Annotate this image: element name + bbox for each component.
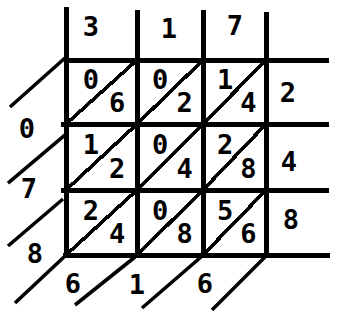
lattice-cell-r3c1: 2 4 [66,190,137,255]
product-digit-left-3: 8 [27,240,43,267]
multiplicand-digit-3: 7 [227,12,243,39]
multiplicand-digit-2: 1 [161,15,177,42]
multiplier-digit-2: 4 [281,148,297,175]
cell-units-digit: 4 [109,219,125,246]
cell-tens-digit: 0 [152,196,168,223]
cell-tens-digit: 5 [217,196,233,223]
product-digit-left-1: 0 [19,115,35,142]
product-digit-bottom-2: 1 [129,271,145,298]
cell-units-digit: 2 [176,89,192,116]
cell-tens-digit: 2 [217,130,233,157]
cell-tens-digit: 0 [152,130,168,157]
cell-units-digit: 8 [176,219,192,246]
multiplier-digit-3: 8 [283,206,299,233]
lattice-multiplication-board: 0 6 0 2 1 4 1 2 0 4 2 8 2 4 0 8 [0,0,346,316]
cell-units-digit: 8 [240,154,256,181]
answer-diagonal-5 [75,257,135,305]
cell-tens-digit: 2 [83,196,99,223]
cell-units-digit: 6 [240,219,256,246]
cell-units-digit: 2 [109,154,125,181]
cell-tens-digit: 1 [83,130,99,157]
cell-tens-digit: 1 [217,66,233,93]
cell-units-digit: 4 [176,154,192,181]
lattice-cell-r2c3: 2 8 [203,124,266,190]
lattice-cell-r2c2: 0 4 [137,124,203,190]
cell-tens-digit: 0 [83,66,99,93]
lattice-cell-r1c1: 0 6 [66,60,137,124]
cell-tens-digit: 0 [152,66,168,93]
product-digit-bottom-1: 6 [65,270,81,297]
multiplier-digit-1: 2 [280,79,296,106]
lattice-cell-r1c3: 1 4 [203,60,266,124]
cell-units-digit: 6 [109,89,125,116]
product-digit-left-2: 7 [21,175,37,202]
lattice-grid: 0 6 0 2 1 4 1 2 0 4 2 8 2 4 0 8 [66,60,266,255]
product-digit-bottom-3: 6 [197,270,213,297]
answer-diagonal-1 [10,58,65,107]
lattice-cell-r2c1: 1 2 [66,124,137,190]
multiplicand-digit-1: 3 [83,13,99,40]
lattice-cell-r3c2: 0 8 [137,190,203,255]
answer-diagonal-6 [142,257,201,308]
answer-diagonal-7 [212,256,266,310]
cell-units-digit: 4 [240,89,256,116]
lattice-cell-r1c2: 0 2 [137,60,203,124]
lattice-cell-r3c3: 5 6 [203,190,266,255]
